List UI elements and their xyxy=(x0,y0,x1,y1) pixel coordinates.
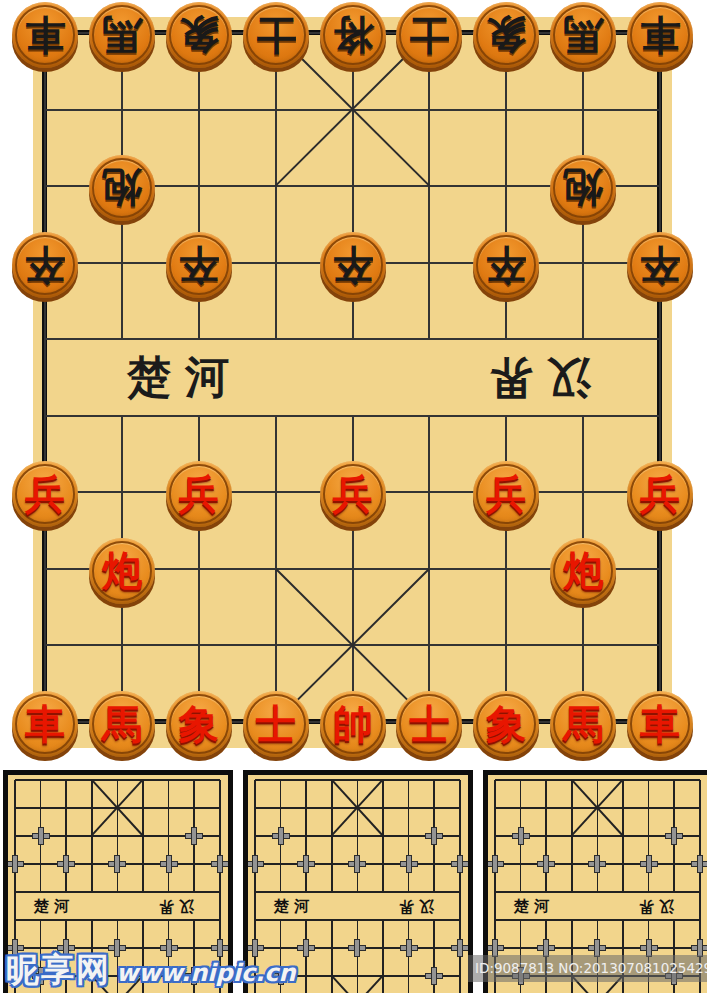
main-board: 楚河 汉界 車馬象士将士象馬車炮炮卒卒卒卒卒兵兵兵兵兵炮炮車馬象士帥士象馬車 xyxy=(33,17,672,748)
piece-glyph: 兵 xyxy=(12,461,78,527)
piece-black-soldier-4[interactable]: 卒 xyxy=(473,232,539,304)
grid-line xyxy=(65,780,67,892)
point-marker xyxy=(538,940,554,956)
grid-line xyxy=(408,780,410,892)
piece-glyph: 象 xyxy=(473,691,539,757)
point-marker xyxy=(513,828,529,844)
point-marker xyxy=(641,940,657,956)
point-marker xyxy=(7,856,23,872)
point-marker xyxy=(109,856,125,872)
piece-glyph: 馬 xyxy=(550,691,616,757)
point-marker xyxy=(487,856,503,872)
piece-black-cannon-right[interactable]: 炮 xyxy=(550,155,616,227)
grid-line xyxy=(357,780,359,892)
piece-black-chariot-left[interactable]: 車 xyxy=(12,2,78,74)
piece-glyph: 卒 xyxy=(320,232,386,298)
piece-glyph: 炮 xyxy=(89,538,155,604)
piece-red-soldier-1[interactable]: 兵 xyxy=(12,461,78,533)
piece-red-soldier-5[interactable]: 兵 xyxy=(627,461,693,533)
piece-glyph: 車 xyxy=(627,691,693,757)
point-marker xyxy=(589,940,605,956)
piece-glyph: 象 xyxy=(166,2,232,68)
point-marker xyxy=(186,828,202,844)
mini-river-label-chuhe: 楚河 xyxy=(514,897,554,916)
piece-red-soldier-2[interactable]: 兵 xyxy=(166,461,232,533)
piece-red-horse-right[interactable]: 馬 xyxy=(550,691,616,763)
point-marker xyxy=(401,856,417,872)
piece-red-soldier-3[interactable]: 兵 xyxy=(320,461,386,533)
grid-line xyxy=(117,780,119,892)
grid-line xyxy=(305,920,307,993)
piece-glyph: 象 xyxy=(166,691,232,757)
piece-black-soldier-3[interactable]: 卒 xyxy=(320,232,386,304)
grid-line xyxy=(382,920,384,993)
watermark-url: www.nipic.cn xyxy=(116,959,295,987)
point-marker xyxy=(452,856,468,872)
point-marker xyxy=(349,940,365,956)
grid-line xyxy=(305,780,307,892)
piece-glyph: 兵 xyxy=(627,461,693,527)
piece-black-elephant-left[interactable]: 象 xyxy=(166,2,232,74)
grid-line xyxy=(648,780,650,892)
piece-black-soldier-2[interactable]: 卒 xyxy=(166,232,232,304)
grid-line xyxy=(459,780,461,993)
image-id-text: ID:9087813 NO:20130708102542983000 xyxy=(475,960,707,976)
piece-black-horse-right[interactable]: 馬 xyxy=(550,2,616,74)
point-marker xyxy=(692,940,707,956)
point-marker xyxy=(487,940,503,956)
piece-black-soldier-1[interactable]: 卒 xyxy=(12,232,78,304)
piece-glyph: 馬 xyxy=(89,691,155,757)
grid-line xyxy=(597,780,599,892)
grid-line xyxy=(408,920,410,993)
grid-line xyxy=(44,33,46,722)
point-marker xyxy=(212,856,228,872)
piece-black-advisor-right[interactable]: 士 xyxy=(396,2,462,74)
piece-glyph: 炮 xyxy=(550,155,616,221)
river-label-hanjie: 汉界 xyxy=(475,348,591,407)
piece-glyph: 車 xyxy=(627,2,693,68)
mini-river-label-chuhe: 楚河 xyxy=(34,897,74,916)
piece-red-elephant-left[interactable]: 象 xyxy=(166,691,232,763)
point-marker xyxy=(452,940,468,956)
piece-glyph: 士 xyxy=(243,691,309,757)
point-marker xyxy=(426,968,442,984)
piece-glyph: 馬 xyxy=(550,2,616,68)
piece-glyph: 車 xyxy=(12,2,78,68)
piece-glyph: 兵 xyxy=(473,461,539,527)
point-marker xyxy=(426,828,442,844)
point-marker xyxy=(247,856,263,872)
point-marker xyxy=(58,856,74,872)
piece-glyph: 炮 xyxy=(89,155,155,221)
piece-glyph: 兵 xyxy=(166,461,232,527)
piece-black-cannon-left[interactable]: 炮 xyxy=(89,155,155,227)
piece-red-advisor-left[interactable]: 士 xyxy=(243,691,309,763)
piece-red-cannon-left[interactable]: 炮 xyxy=(89,538,155,610)
piece-glyph: 炮 xyxy=(550,538,616,604)
image-id-bar: ID:9087813 NO:20130708102542983000 xyxy=(468,955,707,982)
piece-glyph: 馬 xyxy=(89,2,155,68)
piece-glyph: 士 xyxy=(243,2,309,68)
grid-line xyxy=(357,920,359,993)
mini-river-label-hanjie: 汉界 xyxy=(154,897,194,916)
point-marker xyxy=(589,856,605,872)
point-marker xyxy=(538,856,554,872)
grid-line xyxy=(659,33,661,722)
piece-black-elephant-right[interactable]: 象 xyxy=(473,2,539,74)
piece-red-horse-left[interactable]: 馬 xyxy=(89,691,155,763)
piece-glyph: 象 xyxy=(473,2,539,68)
point-marker xyxy=(401,940,417,956)
piece-glyph: 士 xyxy=(396,2,462,68)
point-marker xyxy=(666,828,682,844)
point-marker xyxy=(298,940,314,956)
point-marker xyxy=(298,856,314,872)
piece-glyph: 士 xyxy=(396,691,462,757)
piece-black-chariot-right[interactable]: 車 xyxy=(627,2,693,74)
piece-red-cannon-right[interactable]: 炮 xyxy=(550,538,616,610)
watermark: 昵享网 www.nipic.cn xyxy=(6,948,296,993)
piece-glyph: 将 xyxy=(320,2,386,68)
piece-red-chariot-left[interactable]: 車 xyxy=(12,691,78,763)
piece-red-chariot-right[interactable]: 車 xyxy=(627,691,693,763)
mini-river-label-hanjie: 汉界 xyxy=(634,897,674,916)
point-marker xyxy=(33,828,49,844)
piece-glyph: 車 xyxy=(12,691,78,757)
point-marker xyxy=(641,856,657,872)
piece-black-advisor-left[interactable]: 士 xyxy=(243,2,309,74)
piece-glyph: 卒 xyxy=(473,232,539,298)
piece-glyph: 卒 xyxy=(627,232,693,298)
watermark-site-name: 昵享网 xyxy=(6,950,111,989)
grid-line xyxy=(331,920,333,993)
piece-black-general[interactable]: 将 xyxy=(320,2,386,74)
point-marker xyxy=(161,856,177,872)
piece-glyph: 卒 xyxy=(166,232,232,298)
piece-glyph: 帥 xyxy=(320,691,386,757)
piece-black-soldier-5[interactable]: 卒 xyxy=(627,232,693,304)
piece-glyph: 兵 xyxy=(320,461,386,527)
grid-line xyxy=(168,780,170,892)
piece-black-horse-left[interactable]: 馬 xyxy=(89,2,155,74)
piece-red-elephant-right[interactable]: 象 xyxy=(473,691,539,763)
grid-line xyxy=(545,780,547,892)
piece-red-advisor-right[interactable]: 士 xyxy=(396,691,462,763)
page: 楚河 汉界 車馬象士将士象馬車炮炮卒卒卒卒卒兵兵兵兵兵炮炮車馬象士帥士象馬車 楚… xyxy=(0,0,707,993)
point-marker xyxy=(692,856,707,872)
mini-river-label-hanjie: 汉界 xyxy=(394,897,434,916)
mini-river-label-chuhe: 楚河 xyxy=(274,897,314,916)
river-label-chuhe: 楚河 xyxy=(127,348,243,407)
point-marker xyxy=(273,828,289,844)
piece-red-soldier-4[interactable]: 兵 xyxy=(473,461,539,533)
point-marker xyxy=(349,856,365,872)
piece-glyph: 卒 xyxy=(12,232,78,298)
piece-red-general[interactable]: 帥 xyxy=(320,691,386,763)
